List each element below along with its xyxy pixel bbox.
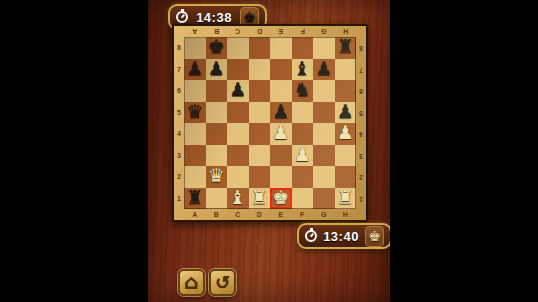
piece-white-bishop: ♝ xyxy=(229,188,246,207)
square-h8[interactable]: ♜ xyxy=(335,37,357,59)
rank-label-left-4: 4 xyxy=(174,123,184,145)
file-label-bottom-h: H xyxy=(335,209,357,220)
piece-black-bishop: ♝ xyxy=(294,59,311,78)
white-king-icon: ♚ xyxy=(368,229,381,243)
file-label-bottom-b: B xyxy=(206,209,228,220)
file-label-bottom-a: A xyxy=(184,209,206,220)
square-g3[interactable] xyxy=(313,145,335,167)
rank-label-left-5: 5 xyxy=(174,102,184,124)
piece-black-king: ♚ xyxy=(208,37,225,56)
square-c6[interactable]: ♟ xyxy=(227,80,249,102)
file-label-top-d: D xyxy=(249,26,271,37)
square-c8[interactable] xyxy=(227,37,249,59)
square-f2[interactable] xyxy=(292,166,314,188)
piece-white-king: ♚ xyxy=(272,188,289,207)
rank-label-left-1: 1 xyxy=(174,188,184,210)
rank-label-right-4: 4 xyxy=(356,123,366,145)
rank-label-right-1: 1 xyxy=(356,188,366,210)
square-c1[interactable]: ♝ xyxy=(227,188,249,210)
white-timer-value: 13:40 xyxy=(321,229,361,244)
square-b5[interactable] xyxy=(206,102,228,124)
square-h6[interactable] xyxy=(335,80,357,102)
rank-label-right-6: 6 xyxy=(356,80,366,102)
white-player-chip: ♚ xyxy=(365,226,384,247)
restart-icon: ↺ xyxy=(215,274,230,292)
square-f6[interactable]: ♞ xyxy=(292,80,314,102)
square-e5[interactable]: ♟ xyxy=(270,102,292,124)
file-label-top-f: F xyxy=(292,26,314,37)
square-f4[interactable] xyxy=(292,123,314,145)
stopwatch-icon xyxy=(305,230,317,242)
piece-black-queen: ♛ xyxy=(186,102,203,121)
rank-label-left-3: 3 xyxy=(174,145,184,167)
piece-black-rook: ♜ xyxy=(186,188,203,207)
square-g8[interactable] xyxy=(313,37,335,59)
piece-black-knight: ♞ xyxy=(294,80,311,99)
square-d2[interactable] xyxy=(249,166,271,188)
square-g2[interactable] xyxy=(313,166,335,188)
rank-label-right-8: 8 xyxy=(356,37,366,59)
square-g5[interactable] xyxy=(313,102,335,124)
rank-label-right-7: 7 xyxy=(356,59,366,81)
square-g7[interactable]: ♟ xyxy=(313,59,335,81)
square-g1[interactable] xyxy=(313,188,335,210)
board-frame-corner xyxy=(356,209,366,220)
letterbox-left xyxy=(0,0,148,302)
piece-white-pawn: ♟ xyxy=(272,123,289,142)
square-e1[interactable]: ♚ xyxy=(270,188,292,210)
square-f5[interactable] xyxy=(292,102,314,124)
square-e8[interactable] xyxy=(270,37,292,59)
square-a4[interactable] xyxy=(184,123,206,145)
piece-black-pawn: ♟ xyxy=(208,59,225,78)
square-d1[interactable]: ♜ xyxy=(249,188,271,210)
white-timer: 13:40 ♚ xyxy=(297,223,390,249)
piece-white-rook: ♜ xyxy=(337,188,354,207)
square-e4[interactable]: ♟ xyxy=(270,123,292,145)
file-label-top-g: G xyxy=(313,26,335,37)
square-h5[interactable]: ♟ xyxy=(335,102,357,124)
board-frame-corner xyxy=(174,26,184,37)
chess-app-window: 14:38 ♚ ABCDEFGH8♚♜87♟♟♝♟76♟♞65♛♟♟54♟♟43… xyxy=(148,0,390,302)
chess-board: ABCDEFGH8♚♜87♟♟♝♟76♟♞65♛♟♟54♟♟43♟32♛21♜♝… xyxy=(172,24,368,222)
square-b2[interactable]: ♛ xyxy=(206,166,228,188)
square-d4[interactable] xyxy=(249,123,271,145)
file-label-bottom-e: E xyxy=(270,209,292,220)
square-a6[interactable] xyxy=(184,80,206,102)
file-label-bottom-d: D xyxy=(249,209,271,220)
rank-label-left-8: 8 xyxy=(174,37,184,59)
square-c7[interactable] xyxy=(227,59,249,81)
square-b3[interactable] xyxy=(206,145,228,167)
screenshot-canvas: 14:38 ♚ ABCDEFGH8♚♜87♟♟♝♟76♟♞65♛♟♟54♟♟43… xyxy=(0,0,538,302)
rank-label-left-7: 7 xyxy=(174,59,184,81)
rank-label-left-2: 2 xyxy=(174,166,184,188)
square-a1[interactable]: ♜ xyxy=(184,188,206,210)
restart-button[interactable]: ↺ xyxy=(209,269,236,296)
square-c4[interactable] xyxy=(227,123,249,145)
square-g6[interactable] xyxy=(313,80,335,102)
square-b7[interactable]: ♟ xyxy=(206,59,228,81)
square-e7[interactable] xyxy=(270,59,292,81)
square-h1[interactable]: ♜ xyxy=(335,188,357,210)
square-d5[interactable] xyxy=(249,102,271,124)
square-e3[interactable] xyxy=(270,145,292,167)
square-f1[interactable] xyxy=(292,188,314,210)
square-a2[interactable] xyxy=(184,166,206,188)
square-b4[interactable] xyxy=(206,123,228,145)
board-frame-corner xyxy=(356,26,366,37)
home-icon: ⌂ xyxy=(184,272,198,292)
stopwatch-icon xyxy=(176,11,188,23)
square-c5[interactable] xyxy=(227,102,249,124)
square-c2[interactable] xyxy=(227,166,249,188)
square-b6[interactable] xyxy=(206,80,228,102)
square-b8[interactable]: ♚ xyxy=(206,37,228,59)
square-h7[interactable] xyxy=(335,59,357,81)
file-label-bottom-f: F xyxy=(292,209,314,220)
square-c3[interactable] xyxy=(227,145,249,167)
letterbox-right xyxy=(390,0,538,302)
board-frame-corner xyxy=(174,209,184,220)
black-timer-value: 14:38 xyxy=(192,10,236,25)
rank-label-right-2: 2 xyxy=(356,166,366,188)
piece-black-pawn: ♟ xyxy=(229,80,246,99)
piece-white-queen: ♛ xyxy=(208,166,225,185)
rank-label-right-3: 3 xyxy=(356,145,366,167)
file-label-top-e: E xyxy=(270,26,292,37)
rank-label-right-5: 5 xyxy=(356,102,366,124)
file-label-top-c: C xyxy=(227,26,249,37)
square-e6[interactable] xyxy=(270,80,292,102)
piece-black-pawn: ♟ xyxy=(272,102,289,121)
square-f3[interactable]: ♟ xyxy=(292,145,314,167)
square-h3[interactable] xyxy=(335,145,357,167)
piece-black-pawn: ♟ xyxy=(186,59,203,78)
rank-label-left-6: 6 xyxy=(174,80,184,102)
square-a7[interactable]: ♟ xyxy=(184,59,206,81)
square-d8[interactable] xyxy=(249,37,271,59)
piece-black-pawn: ♟ xyxy=(337,102,354,121)
square-b1[interactable] xyxy=(206,188,228,210)
home-button[interactable]: ⌂ xyxy=(178,269,205,296)
square-a3[interactable] xyxy=(184,145,206,167)
file-label-bottom-c: C xyxy=(227,209,249,220)
square-d3[interactable] xyxy=(249,145,271,167)
square-h2[interactable] xyxy=(335,166,357,188)
square-a8[interactable] xyxy=(184,37,206,59)
file-label-bottom-g: G xyxy=(313,209,335,220)
square-g4[interactable] xyxy=(313,123,335,145)
square-e2[interactable] xyxy=(270,166,292,188)
piece-black-rook: ♜ xyxy=(337,37,354,56)
square-a5[interactable]: ♛ xyxy=(184,102,206,124)
piece-white-pawn: ♟ xyxy=(337,123,354,142)
square-h4[interactable]: ♟ xyxy=(335,123,357,145)
file-label-top-a: A xyxy=(184,26,206,37)
square-d6[interactable] xyxy=(249,80,271,102)
board-grid: ABCDEFGH8♚♜87♟♟♝♟76♟♞65♛♟♟54♟♟43♟32♛21♜♝… xyxy=(174,26,366,220)
square-f7[interactable]: ♝ xyxy=(292,59,314,81)
black-king-icon: ♚ xyxy=(243,10,256,24)
piece-black-pawn: ♟ xyxy=(315,59,332,78)
piece-white-rook: ♜ xyxy=(251,188,268,207)
square-d7[interactable] xyxy=(249,59,271,81)
piece-white-pawn: ♟ xyxy=(294,145,311,164)
square-f8[interactable] xyxy=(292,37,314,59)
